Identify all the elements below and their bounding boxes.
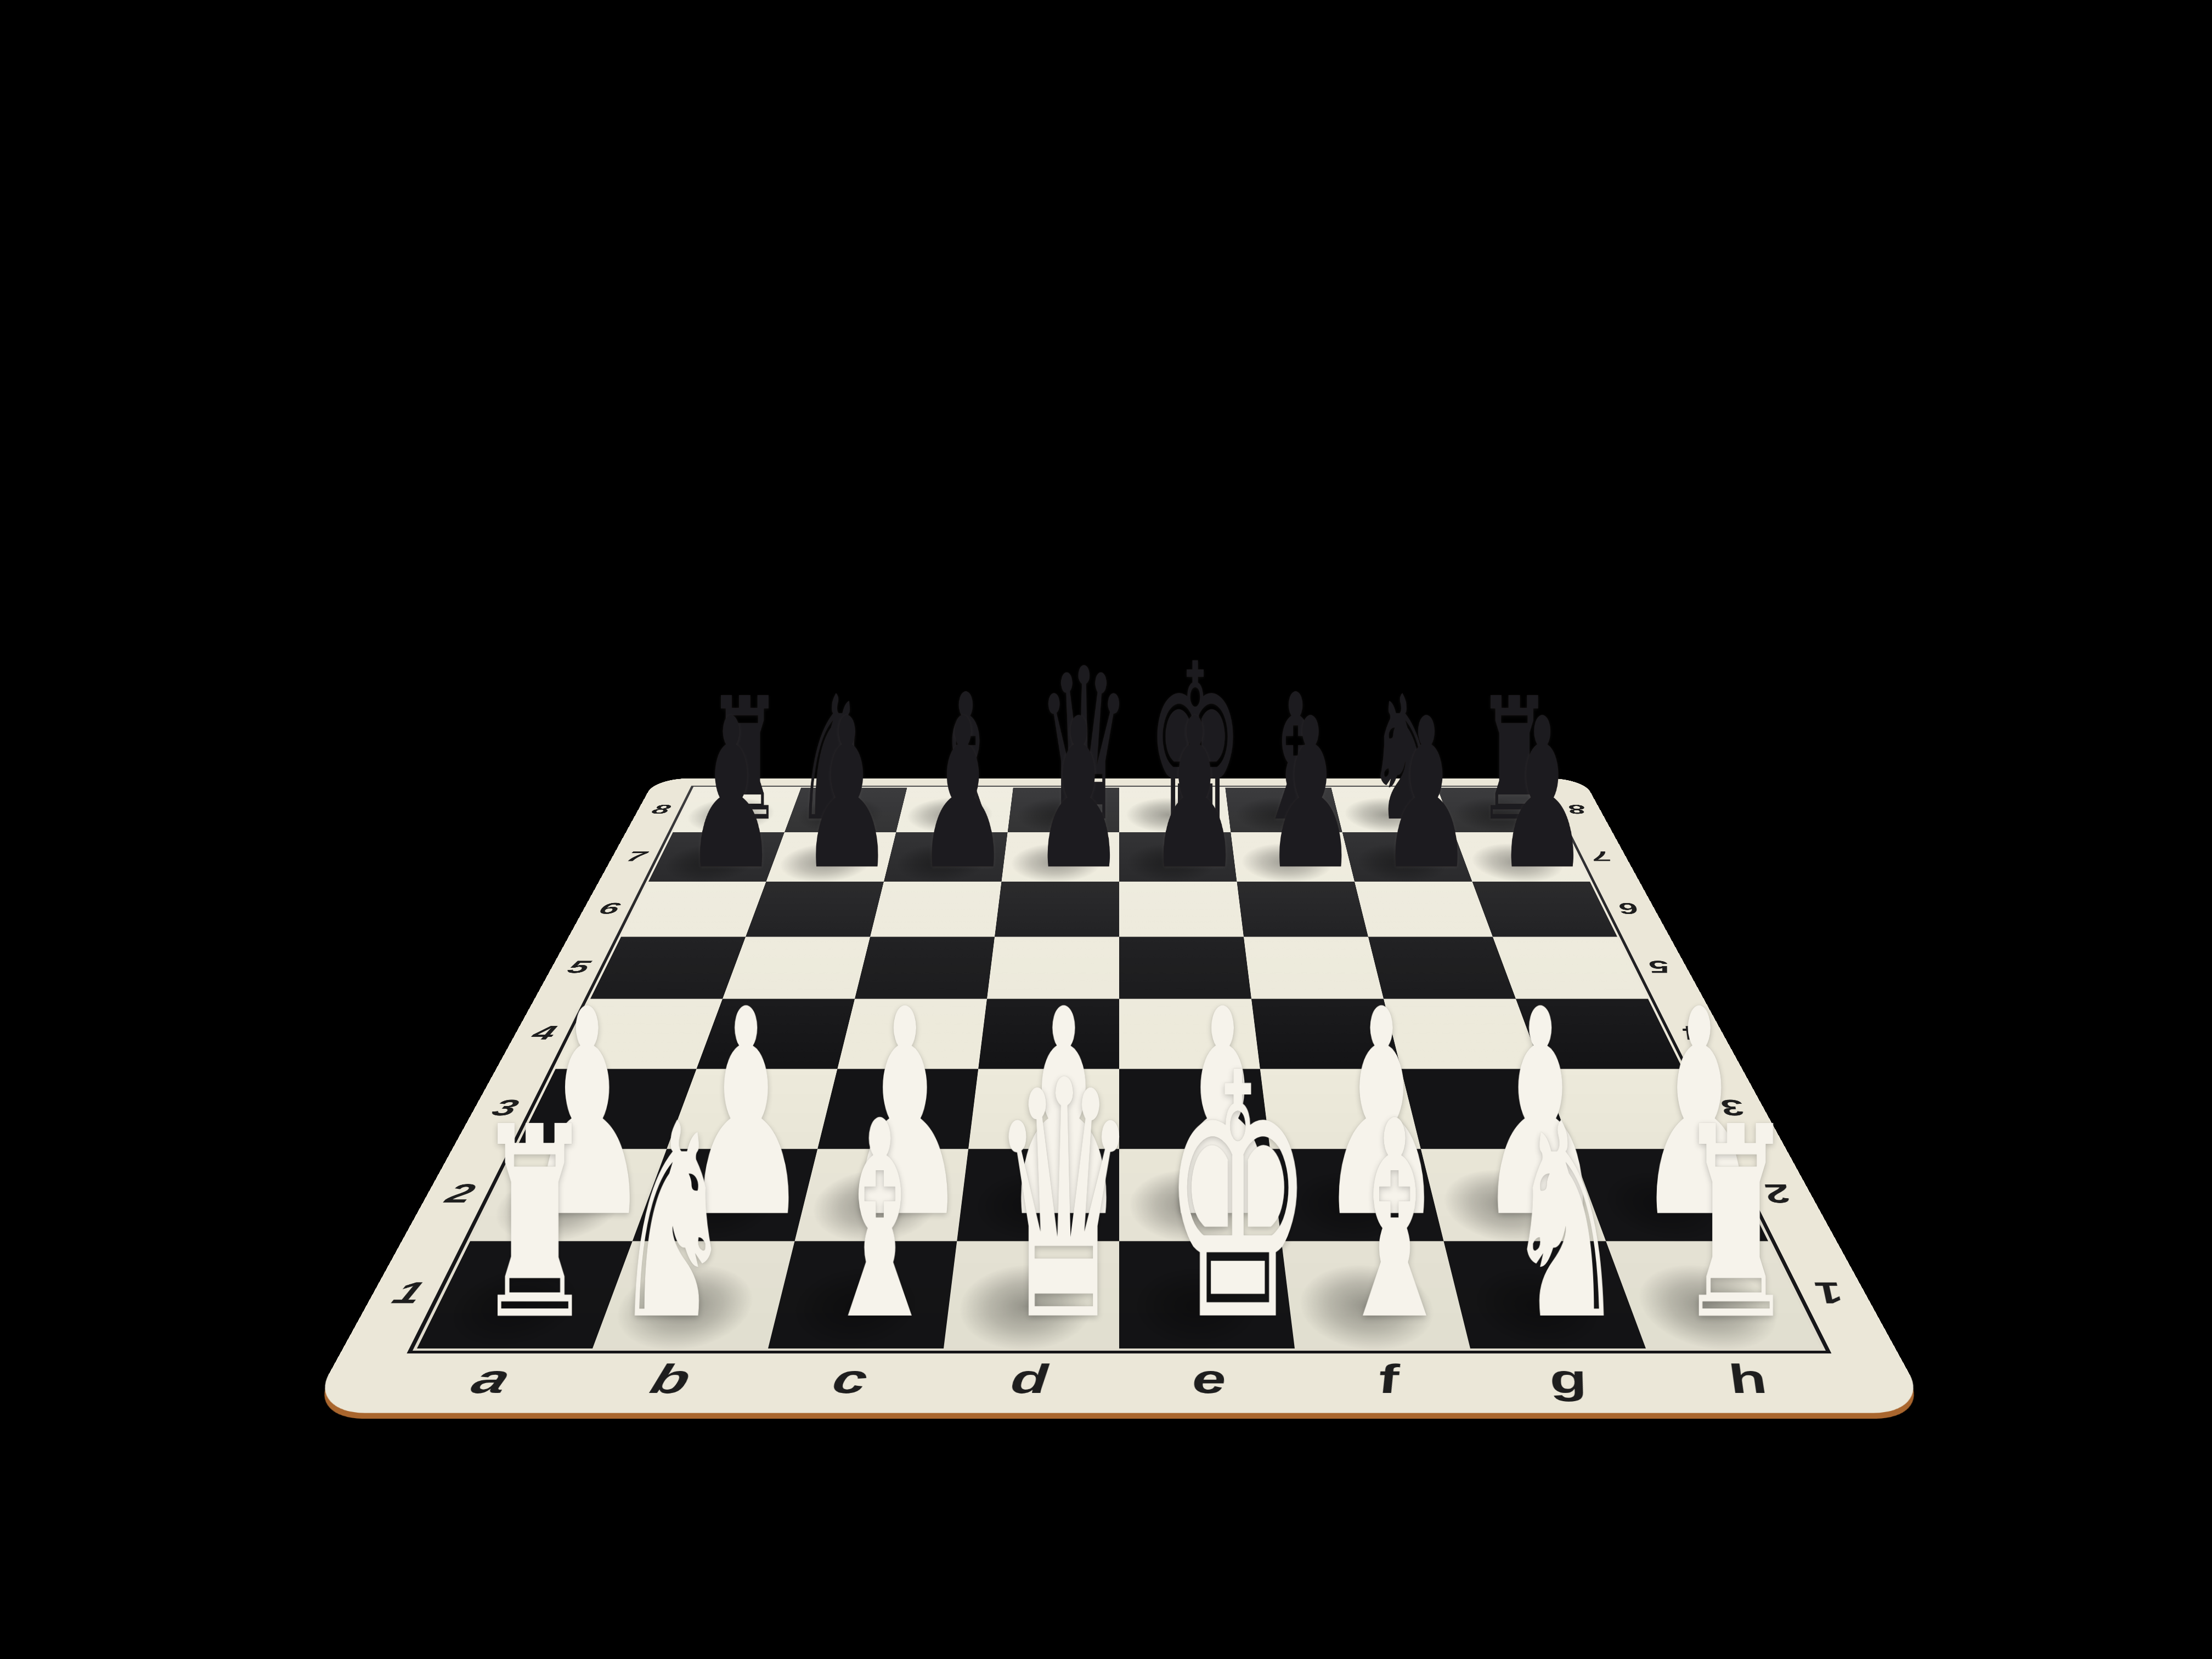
photo-background: abcdefgh1122334455667788 ♜♞♝♛♚♝♞♜♟♟♟♟♟♟♟… — [0, 0, 2212, 1659]
piece-black-pawn-a7[interactable]: ♟ — [656, 691, 771, 898]
piece-black-pawn-d7[interactable]: ♟ — [1003, 691, 1119, 898]
piece-black-pawn-g7[interactable]: ♟ — [1351, 691, 1466, 898]
black-pawn-icon: ♟ — [1264, 691, 1322, 898]
piece-black-pawn-e7[interactable]: ♟ — [1119, 691, 1235, 898]
vinyl-chess-mat: abcdefgh1122334455667788 ♜♞♝♛♚♝♞♜♟♟♟♟♟♟♟… — [308, 778, 1931, 1413]
piece-white-rook-h1[interactable]: ♜ — [1634, 1092, 1805, 1356]
white-knight-icon: ♞ — [1505, 1088, 1591, 1357]
black-pawn-icon: ♟ — [1032, 691, 1091, 898]
piece-black-pawn-f7[interactable]: ♟ — [1235, 691, 1351, 898]
piece-black-pawn-c7[interactable]: ♟ — [888, 691, 1003, 898]
white-knight-icon: ♞ — [647, 1088, 733, 1357]
white-bishop-icon: ♝ — [1334, 1086, 1419, 1358]
piece-white-rook-a1[interactable]: ♜ — [433, 1092, 605, 1356]
piece-black-pawn-h7[interactable]: ♟ — [1467, 691, 1583, 898]
white-rook-icon: ♜ — [476, 1092, 561, 1356]
piece-white-knight-b1[interactable]: ♞ — [605, 1088, 776, 1357]
piece-white-bishop-c1[interactable]: ♝ — [776, 1086, 947, 1358]
white-king-icon: ♚ — [1162, 1029, 1248, 1367]
black-pawn-icon: ♟ — [916, 691, 974, 898]
black-pawn-icon: ♟ — [1148, 691, 1206, 898]
piece-white-queen-d1[interactable]: ♛ — [947, 1038, 1119, 1365]
black-pawn-icon: ♟ — [800, 691, 859, 898]
piece-white-bishop-f1[interactable]: ♝ — [1291, 1086, 1463, 1358]
piece-black-pawn-b7[interactable]: ♟ — [771, 691, 887, 898]
white-bishop-icon: ♝ — [819, 1086, 905, 1358]
black-pawn-icon: ♟ — [1496, 691, 1554, 898]
piece-white-king-e1[interactable]: ♚ — [1119, 1029, 1291, 1367]
pieces-layer: ♜♞♝♛♚♝♞♜♟♟♟♟♟♟♟♟♟♟♟♟♟♟♟♟♜♞♝♛♚♝♞♜ — [308, 778, 1931, 1413]
chessboard-scene: abcdefgh1122334455667788 ♜♞♝♛♚♝♞♜♟♟♟♟♟♟♟… — [343, 0, 1895, 1442]
white-queen-icon: ♛ — [990, 1038, 1076, 1365]
black-pawn-icon: ♟ — [685, 691, 743, 898]
black-pawn-icon: ♟ — [1380, 691, 1438, 898]
white-rook-icon: ♜ — [1677, 1092, 1763, 1356]
piece-white-knight-g1[interactable]: ♞ — [1463, 1088, 1634, 1357]
